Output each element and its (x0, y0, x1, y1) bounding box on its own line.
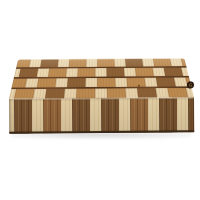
face-stripe (177, 97, 188, 132)
checker-square (125, 58, 143, 66)
checker-square (55, 79, 67, 88)
checker-square (181, 58, 186, 66)
checker-square (115, 78, 127, 87)
checker-row (16, 58, 186, 67)
checker-square (85, 78, 97, 87)
checker-square (137, 89, 157, 98)
checker-square (14, 89, 35, 98)
checker-square (45, 89, 65, 98)
checker-square (95, 68, 106, 76)
board-shadow (11, 133, 191, 139)
face-stripe (90, 98, 101, 133)
checker-square (127, 78, 146, 87)
checker-square (58, 59, 70, 67)
cutting-board: G (9, 56, 195, 133)
brand-logo-stamp: G (187, 81, 194, 88)
face-stripe (32, 98, 43, 133)
checker-square (107, 89, 126, 98)
checker-square (164, 68, 183, 76)
checker-square (124, 68, 136, 76)
logo-letter: G (189, 83, 192, 87)
checker-square (186, 88, 194, 97)
checker-row (14, 68, 189, 77)
checker-square (167, 88, 188, 97)
face-stripe (43, 98, 61, 133)
checker-square (153, 58, 172, 66)
checker-square (76, 89, 95, 98)
face-stripe (101, 98, 119, 133)
checker-row (12, 78, 192, 88)
checker-square (106, 68, 124, 76)
checker-square (69, 59, 87, 67)
board-top-surface (9, 58, 194, 98)
face-stripe (159, 97, 177, 132)
product-photo-background: G (0, 0, 200, 200)
checker-square (67, 78, 86, 87)
face-stripe (188, 97, 194, 132)
checker-square (135, 68, 154, 76)
face-stripe (61, 98, 72, 133)
face-stripe (130, 98, 148, 133)
checker-square (95, 89, 107, 98)
checker-square (19, 69, 38, 77)
checker-square (40, 59, 58, 67)
face-stripe (119, 98, 130, 133)
face-stripe (148, 98, 159, 133)
checker-square (77, 68, 95, 76)
board-top-perspective-wrap (9, 56, 194, 98)
checker-square (66, 68, 78, 76)
checker-square (86, 59, 97, 67)
checker-square (64, 89, 77, 98)
checker-square (181, 68, 189, 76)
checker-square (97, 59, 114, 67)
checker-square (37, 79, 56, 88)
checker-square (114, 59, 125, 67)
face-stripe (72, 98, 90, 133)
face-stripe (14, 98, 32, 133)
wood-knot (138, 85, 140, 87)
checker-square (125, 89, 138, 98)
board-front-face (9, 97, 194, 133)
checker-square (97, 78, 115, 87)
checker-square (156, 78, 176, 87)
checker-square (48, 68, 67, 76)
